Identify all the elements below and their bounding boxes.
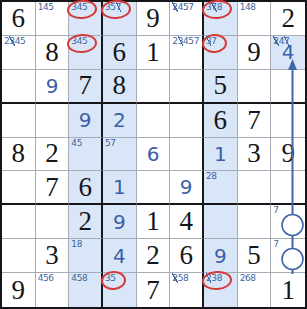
given-digit: 7 — [36, 171, 69, 203]
pencil-marks: 345 — [71, 3, 87, 13]
pencil-digit: 8 — [217, 2, 222, 12]
pencil-marks: 258 — [172, 274, 188, 284]
cell-r4c4[interactable]: 2 — [103, 104, 137, 138]
solver-digit: 9 — [103, 205, 136, 238]
given-digit: 9 — [2, 273, 35, 307]
given-digit: 9 — [238, 36, 271, 69]
cell-r3c4[interactable]: 8 — [103, 70, 137, 104]
pencil-digit: 8 — [77, 239, 82, 249]
cell-r9c1[interactable]: 9 — [2, 273, 36, 307]
pencil-digit: 7 — [211, 36, 216, 46]
pencil-digit: 5 — [48, 2, 53, 12]
pencil-marks: 247 — [273, 37, 289, 47]
cell-r9c7[interactable]: 238 — [204, 273, 238, 307]
pencil-digit: 5 — [82, 36, 87, 46]
cell-r7c5[interactable]: 1 — [137, 205, 171, 239]
cell-r7c1[interactable] — [2, 205, 36, 239]
pencil-marks: 7 — [273, 206, 278, 216]
given-digit: 7 — [69, 70, 101, 102]
given-digit: 2 — [69, 205, 101, 238]
cell-r6c7[interactable]: 28 — [204, 171, 238, 205]
cell-r3c3[interactable]: 7 — [69, 70, 103, 104]
given-digit: 2 — [137, 239, 170, 272]
pencil-marks: 2345 — [4, 37, 25, 47]
pencil-marks: 238 — [206, 274, 222, 284]
cell-r4c8[interactable]: 7 — [238, 104, 272, 138]
cell-r8c4[interactable]: 4 — [103, 239, 137, 273]
given-digit: 2 — [36, 138, 69, 171]
given-digit: 9 — [137, 2, 170, 35]
cell-r8c8[interactable]: 5 — [238, 239, 272, 273]
pencil-marks: 23457 — [172, 37, 199, 47]
pencil-marks: 145 — [38, 3, 54, 13]
cell-r4c7[interactable]: 6 — [204, 104, 238, 138]
given-digit: 6 — [170, 239, 202, 272]
cell-r6c1[interactable] — [2, 171, 36, 205]
given-digit: 8 — [36, 36, 69, 69]
given-digit: 3 — [36, 239, 69, 272]
cell-r6c8[interactable] — [238, 171, 272, 205]
cell-r6c9[interactable] — [271, 171, 305, 205]
given-digit: 2 — [271, 2, 305, 35]
cell-r8c5[interactable]: 2 — [137, 239, 171, 273]
cell-r5c5[interactable]: 6 — [137, 138, 171, 172]
solver-digit: 4 — [103, 239, 136, 272]
cell-r4c5[interactable] — [137, 104, 171, 138]
given-digit: 3 — [238, 138, 271, 171]
cell-r7c6[interactable]: 4 — [170, 205, 204, 239]
cell-r1c1[interactable]: 6 — [2, 2, 36, 36]
cell-r2c9[interactable]: 4247 — [271, 36, 305, 70]
pencil-marks: 2457 — [172, 3, 193, 13]
given-digit: 8 — [2, 138, 35, 171]
given-digit: 4 — [170, 205, 202, 238]
pencil-marks: 148 — [240, 3, 256, 13]
cell-r8c1[interactable] — [2, 239, 36, 273]
cell-r1c3[interactable]: 345 — [69, 2, 103, 36]
cell-r2c5[interactable]: 1 — [137, 36, 171, 70]
cell-r5c2[interactable]: 2 — [36, 138, 70, 172]
given-digit: 1 — [271, 273, 305, 307]
cell-r9c8[interactable]: 268 — [238, 273, 272, 307]
cell-r4c2[interactable] — [36, 104, 70, 138]
cell-r5c1[interactable]: 8 — [2, 138, 36, 172]
cell-r2c6[interactable]: 23457 — [170, 36, 204, 70]
cell-r8c3[interactable]: 18 — [69, 239, 103, 273]
cell-r9c5[interactable]: 7 — [137, 273, 171, 307]
pencil-digit: 6 — [48, 273, 53, 283]
cell-r9c6[interactable]: 258 — [170, 273, 204, 307]
solver-digit: 9 — [36, 70, 69, 102]
cell-r5c3[interactable]: 45 — [69, 138, 103, 172]
pencil-digit: 7 — [110, 138, 115, 148]
given-digit: 7 — [137, 273, 170, 307]
cell-r1c2[interactable]: 145 — [36, 2, 70, 36]
cell-r6c5[interactable] — [137, 171, 171, 205]
given-digit: 9 — [271, 138, 305, 171]
pencil-digit: 7 — [194, 36, 199, 46]
cell-r1c7[interactable]: 378 — [204, 2, 238, 36]
pencil-digit: 8 — [217, 273, 222, 283]
pencil-marks: 458 — [71, 274, 87, 284]
cell-r8c7[interactable]: 9 — [204, 239, 238, 273]
pencil-digit: 7 — [273, 239, 278, 249]
pencil-digit: 5 — [110, 273, 115, 283]
cell-r2c4[interactable]: 6 — [103, 36, 137, 70]
cell-r1c4[interactable]: 357 — [103, 2, 137, 36]
cell-r1c5[interactable]: 9 — [137, 2, 171, 36]
sudoku-board: 6145345357924573781482234583456123457379… — [0, 0, 307, 309]
pencil-marks: 7 — [273, 240, 278, 250]
pencil-digit: 8 — [250, 2, 255, 12]
pencil-digit: 8 — [250, 273, 255, 283]
given-digit: 6 — [69, 171, 101, 203]
cell-r5c6[interactable] — [170, 138, 204, 172]
pencil-marks: 456 — [38, 274, 54, 284]
cell-r4c1[interactable] — [2, 104, 36, 138]
cell-r3c5[interactable] — [137, 70, 171, 104]
pencil-digit: 5 — [110, 2, 115, 12]
pencil-digit: 5 — [82, 2, 87, 12]
pencil-marks: 378 — [206, 3, 222, 13]
pencil-marks: 357 — [105, 3, 121, 13]
pencil-marks: 28 — [206, 172, 217, 182]
cell-r3c7[interactable]: 5 — [204, 70, 238, 104]
solver-digit: 9 — [204, 239, 237, 272]
pencil-digit: 5 — [77, 138, 82, 148]
solver-digit: 9 — [69, 104, 101, 137]
cell-r3c9[interactable] — [271, 70, 305, 104]
cell-r5c9[interactable]: 9 — [271, 138, 305, 172]
pencil-marks: 35 — [105, 274, 116, 284]
cell-r4c3[interactable]: 9 — [69, 104, 103, 138]
cell-r5c7[interactable]: 1 — [204, 138, 238, 172]
cell-r7c9[interactable]: 7 — [271, 205, 305, 239]
cell-r2c1[interactable]: 2345 — [2, 36, 36, 70]
cell-r4c6[interactable] — [170, 104, 204, 138]
cell-r6c6[interactable]: 9 — [170, 171, 204, 205]
solver-digit: 9 — [170, 171, 202, 203]
pencil-digit: 5 — [20, 36, 25, 46]
given-digit: 6 — [103, 36, 136, 69]
cell-r8c9[interactable]: 7 — [271, 239, 305, 273]
pencil-digit: 7 — [273, 205, 278, 215]
pencil-digit: 8 — [211, 171, 216, 181]
cell-r2c8[interactable]: 9 — [238, 36, 272, 70]
solver-digit: 1 — [204, 138, 237, 171]
given-digit: 1 — [137, 36, 170, 69]
solver-digit: 1 — [103, 171, 136, 203]
solver-digit: 6 — [137, 138, 170, 171]
cell-r6c2[interactable]: 7 — [36, 171, 70, 205]
cell-r2c2[interactable]: 8 — [36, 36, 70, 70]
pencil-marks: 268 — [240, 274, 256, 284]
pencil-digit: 8 — [82, 273, 87, 283]
pencil-marks: 57 — [105, 139, 116, 149]
cell-r9c2[interactable]: 456 — [36, 273, 70, 307]
cell-r7c3[interactable]: 2 — [69, 205, 103, 239]
given-digit: 6 — [2, 2, 35, 35]
cell-r7c8[interactable] — [238, 205, 272, 239]
pencil-marks: 37 — [206, 37, 217, 47]
cell-r6c4[interactable]: 1 — [103, 171, 137, 205]
cell-r7c4[interactable]: 9 — [103, 205, 137, 239]
solver-digit: 2 — [103, 104, 136, 137]
cell-r3c1[interactable] — [2, 70, 36, 104]
given-digit: 7 — [238, 104, 271, 137]
given-digit: 1 — [137, 205, 170, 238]
pencil-digit: 7 — [284, 36, 289, 46]
cell-r2c3[interactable]: 345 — [69, 36, 103, 70]
cell-r5c4[interactable]: 57 — [103, 138, 137, 172]
cell-r3c8[interactable] — [238, 70, 272, 104]
cell-r3c6[interactable] — [170, 70, 204, 104]
given-digit: 5 — [204, 70, 237, 102]
cell-r7c2[interactable] — [36, 205, 70, 239]
pencil-digit: 7 — [116, 2, 121, 12]
cell-r4c9[interactable] — [271, 104, 305, 138]
cell-r8c6[interactable]: 6 — [170, 239, 204, 273]
cell-r9c9[interactable]: 1 — [271, 273, 305, 307]
given-digit: 6 — [204, 104, 237, 137]
cell-r5c8[interactable]: 3 — [238, 138, 272, 172]
cell-r3c2[interactable]: 9 — [36, 70, 70, 104]
cell-r1c8[interactable]: 148 — [238, 2, 272, 36]
cell-r2c7[interactable]: 37 — [204, 36, 238, 70]
pencil-digit: 2 — [172, 36, 177, 46]
cell-r9c3[interactable]: 458 — [69, 273, 103, 307]
pencil-marks: 45 — [71, 139, 82, 149]
cell-r9c4[interactable]: 35 — [103, 273, 137, 307]
cell-r1c6[interactable]: 2457 — [170, 2, 204, 36]
cell-r6c3[interactable]: 6 — [69, 171, 103, 205]
cell-r1c9[interactable]: 2 — [271, 2, 305, 36]
pencil-digit: 8 — [183, 273, 188, 283]
pencil-marks: 345 — [71, 37, 87, 47]
cell-r7c7[interactable] — [204, 205, 238, 239]
given-digit: 8 — [103, 70, 136, 102]
pencil-digit: 7 — [188, 2, 193, 12]
given-digit: 5 — [238, 239, 271, 272]
pencil-marks: 18 — [71, 240, 82, 250]
cell-r8c2[interactable]: 3 — [36, 239, 70, 273]
